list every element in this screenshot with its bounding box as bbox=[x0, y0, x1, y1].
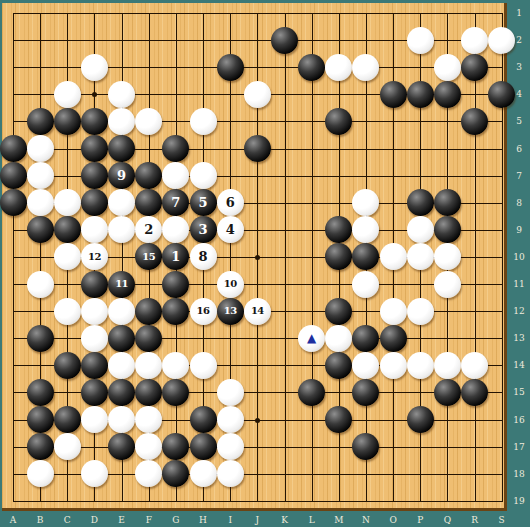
move-number: 6 bbox=[226, 196, 235, 209]
go-stone-black[interactable] bbox=[0, 135, 27, 162]
go-stone-white[interactable] bbox=[54, 81, 81, 108]
triangle-marker: ▲ bbox=[307, 332, 316, 344]
go-stone-white[interactable] bbox=[325, 325, 352, 352]
row-label: 11 bbox=[510, 279, 528, 289]
go-stone-white[interactable] bbox=[81, 54, 108, 81]
go-stone-white[interactable] bbox=[27, 162, 54, 189]
col-label: G bbox=[169, 515, 183, 525]
go-stone-black[interactable] bbox=[434, 81, 461, 108]
go-stone-black[interactable] bbox=[27, 406, 54, 433]
row-label: 5 bbox=[510, 116, 528, 126]
move-number: 16 bbox=[197, 306, 210, 316]
go-stone-white[interactable] bbox=[81, 325, 108, 352]
go-stone-black[interactable]: 3 bbox=[190, 216, 217, 243]
go-stone-black[interactable] bbox=[407, 406, 434, 433]
go-stone-black[interactable] bbox=[352, 325, 379, 352]
go-stone-black[interactable]: 5 bbox=[190, 189, 217, 216]
go-stone-black[interactable] bbox=[325, 352, 352, 379]
go-stone-black[interactable] bbox=[27, 325, 54, 352]
row-label: 14 bbox=[510, 360, 528, 370]
col-label: R bbox=[468, 515, 482, 525]
go-stone-white[interactable]: ▲ bbox=[298, 325, 325, 352]
go-stone-white[interactable] bbox=[352, 54, 379, 81]
go-stone-black[interactable] bbox=[434, 379, 461, 406]
row-label: 18 bbox=[510, 469, 528, 479]
go-stone-black[interactable] bbox=[81, 162, 108, 189]
row-label: 4 bbox=[510, 89, 528, 99]
col-label: L bbox=[305, 515, 319, 525]
go-stone-black[interactable] bbox=[81, 379, 108, 406]
go-stone-white[interactable] bbox=[162, 352, 189, 379]
row-label: 17 bbox=[510, 442, 528, 452]
col-label: K bbox=[278, 515, 292, 525]
col-label: A bbox=[6, 515, 20, 525]
go-stone-white[interactable] bbox=[27, 135, 54, 162]
go-stone-black[interactable] bbox=[27, 108, 54, 135]
go-stone-white[interactable]: 16 bbox=[190, 298, 217, 325]
grid-line bbox=[475, 13, 476, 502]
row-label: 3 bbox=[510, 62, 528, 72]
go-stone-white[interactable] bbox=[352, 271, 379, 298]
go-stone-black[interactable] bbox=[81, 271, 108, 298]
col-label: D bbox=[87, 515, 101, 525]
col-label: H bbox=[196, 515, 210, 525]
col-label: C bbox=[60, 515, 74, 525]
go-stone-black[interactable] bbox=[54, 352, 81, 379]
move-number: 2 bbox=[144, 223, 153, 236]
go-stone-black[interactable] bbox=[380, 81, 407, 108]
move-number: 14 bbox=[251, 306, 264, 316]
row-label: 9 bbox=[510, 225, 528, 235]
move-number: 4 bbox=[226, 223, 235, 236]
row-label: 13 bbox=[510, 333, 528, 343]
go-stone-black[interactable] bbox=[81, 189, 108, 216]
col-label: N bbox=[359, 515, 373, 525]
go-stone-white[interactable] bbox=[190, 352, 217, 379]
go-stone-white[interactable] bbox=[27, 189, 54, 216]
star-point bbox=[255, 418, 260, 423]
move-number: 5 bbox=[199, 196, 208, 209]
go-stone-white[interactable] bbox=[461, 352, 488, 379]
go-stone-black[interactable] bbox=[461, 54, 488, 81]
go-stone-black[interactable]: 9 bbox=[108, 162, 135, 189]
go-stone-black[interactable] bbox=[461, 379, 488, 406]
go-stone-white[interactable] bbox=[54, 243, 81, 270]
go-stone-white[interactable] bbox=[434, 271, 461, 298]
go-stone-black[interactable]: 13 bbox=[217, 298, 244, 325]
go-stone-black[interactable] bbox=[54, 406, 81, 433]
go-stone-black[interactable] bbox=[27, 216, 54, 243]
go-stone-black[interactable] bbox=[81, 108, 108, 135]
go-stone-black[interactable] bbox=[27, 379, 54, 406]
go-stone-black[interactable] bbox=[298, 379, 325, 406]
go-stone-black[interactable] bbox=[135, 379, 162, 406]
row-label: 12 bbox=[510, 306, 528, 316]
go-stone-black[interactable] bbox=[54, 108, 81, 135]
go-stone-white[interactable] bbox=[81, 406, 108, 433]
go-stone-black[interactable] bbox=[81, 352, 108, 379]
move-number: 9 bbox=[117, 169, 126, 182]
move-number: 1 bbox=[171, 250, 180, 263]
col-label: S bbox=[495, 515, 509, 525]
go-stone-white[interactable] bbox=[190, 108, 217, 135]
go-stone-black[interactable] bbox=[27, 433, 54, 460]
go-stone-white[interactable] bbox=[380, 298, 407, 325]
go-stone-white[interactable] bbox=[81, 298, 108, 325]
go-stone-white[interactable] bbox=[108, 406, 135, 433]
go-stone-white[interactable] bbox=[325, 54, 352, 81]
col-label: I bbox=[223, 515, 237, 525]
go-stone-black[interactable] bbox=[162, 271, 189, 298]
row-label: 6 bbox=[510, 144, 528, 154]
row-label: 2 bbox=[510, 35, 528, 45]
go-stone-white[interactable] bbox=[217, 406, 244, 433]
go-stone-white[interactable] bbox=[135, 352, 162, 379]
go-stone-white[interactable] bbox=[217, 433, 244, 460]
move-number: 15 bbox=[142, 252, 155, 262]
go-stone-white[interactable] bbox=[108, 81, 135, 108]
go-stone-black[interactable] bbox=[108, 325, 135, 352]
go-stone-black[interactable] bbox=[434, 216, 461, 243]
go-stone-white[interactable]: 6 bbox=[217, 189, 244, 216]
go-stone-black[interactable] bbox=[190, 433, 217, 460]
go-stone-white[interactable] bbox=[434, 54, 461, 81]
go-stone-black[interactable]: 11 bbox=[108, 271, 135, 298]
go-stone-white[interactable] bbox=[407, 298, 434, 325]
go-stone-white[interactable] bbox=[244, 81, 271, 108]
go-stone-black[interactable] bbox=[407, 189, 434, 216]
go-stone-white[interactable] bbox=[54, 433, 81, 460]
grid-line bbox=[13, 447, 503, 448]
col-label: Q bbox=[440, 515, 454, 525]
col-label: O bbox=[386, 515, 400, 525]
go-stone-black[interactable] bbox=[0, 189, 27, 216]
go-stone-black[interactable] bbox=[108, 135, 135, 162]
grid-line bbox=[13, 501, 503, 502]
go-stone-black[interactable] bbox=[0, 162, 27, 189]
col-label: M bbox=[332, 515, 346, 525]
col-label: E bbox=[115, 515, 129, 525]
go-stone-white[interactable] bbox=[54, 298, 81, 325]
go-stone-white[interactable] bbox=[81, 460, 108, 487]
row-label: 7 bbox=[510, 171, 528, 181]
go-stone-black[interactable] bbox=[298, 54, 325, 81]
go-stone-black[interactable] bbox=[135, 325, 162, 352]
col-label: F bbox=[142, 515, 156, 525]
col-label: P bbox=[413, 515, 427, 525]
go-stone-black[interactable] bbox=[190, 406, 217, 433]
go-stone-black[interactable] bbox=[325, 108, 352, 135]
go-stone-black[interactable] bbox=[434, 189, 461, 216]
move-number: 8 bbox=[199, 250, 208, 263]
go-stone-white[interactable] bbox=[217, 379, 244, 406]
move-number: 12 bbox=[88, 252, 101, 262]
go-stone-black[interactable] bbox=[108, 433, 135, 460]
row-label: 16 bbox=[510, 415, 528, 425]
go-stone-white[interactable] bbox=[190, 162, 217, 189]
row-label: 19 bbox=[510, 496, 528, 506]
row-label: 8 bbox=[510, 198, 528, 208]
go-stone-white[interactable] bbox=[407, 243, 434, 270]
go-stone-black[interactable] bbox=[108, 379, 135, 406]
go-stone-black[interactable] bbox=[271, 27, 298, 54]
go-stone-white[interactable] bbox=[108, 352, 135, 379]
go-stone-black[interactable] bbox=[81, 135, 108, 162]
row-label: 1 bbox=[510, 8, 528, 18]
go-stone-white[interactable] bbox=[108, 298, 135, 325]
row-label: 15 bbox=[510, 387, 528, 397]
grid-line bbox=[312, 13, 313, 502]
col-label: J bbox=[250, 515, 264, 525]
go-stone-white[interactable] bbox=[108, 108, 135, 135]
go-stone-white[interactable] bbox=[27, 460, 54, 487]
go-stone-white[interactable]: 10 bbox=[217, 271, 244, 298]
go-stone-white[interactable] bbox=[54, 189, 81, 216]
go-board[interactable]: 97562341215181110161314▲ ABCDEFGHIJKLMNO… bbox=[0, 0, 530, 527]
move-number: 7 bbox=[171, 196, 180, 209]
go-stone-white[interactable]: 14 bbox=[244, 298, 271, 325]
go-stone-white[interactable] bbox=[407, 27, 434, 54]
go-stone-white[interactable]: 8 bbox=[190, 243, 217, 270]
go-stone-white[interactable] bbox=[190, 460, 217, 487]
go-stone-black[interactable] bbox=[217, 54, 244, 81]
go-stone-black[interactable] bbox=[325, 298, 352, 325]
go-stone-black[interactable] bbox=[244, 135, 271, 162]
go-stone-black[interactable] bbox=[162, 298, 189, 325]
go-stone-white[interactable] bbox=[407, 216, 434, 243]
go-stone-white[interactable] bbox=[27, 271, 54, 298]
go-stone-white[interactable] bbox=[217, 460, 244, 487]
go-stone-white[interactable] bbox=[135, 108, 162, 135]
go-stone-white[interactable] bbox=[407, 352, 434, 379]
move-number: 11 bbox=[115, 279, 128, 289]
move-number: 10 bbox=[224, 279, 237, 289]
go-stone-black[interactable] bbox=[135, 298, 162, 325]
go-stone-black[interactable] bbox=[407, 81, 434, 108]
row-label: 10 bbox=[510, 252, 528, 262]
move-number: 3 bbox=[199, 223, 208, 236]
go-stone-black[interactable] bbox=[54, 216, 81, 243]
go-stone-white[interactable] bbox=[380, 243, 407, 270]
col-label: B bbox=[33, 515, 47, 525]
grid-line bbox=[285, 13, 286, 502]
go-stone-black[interactable] bbox=[380, 325, 407, 352]
go-stone-white[interactable] bbox=[380, 352, 407, 379]
go-stone-black[interactable] bbox=[461, 108, 488, 135]
go-stone-white[interactable] bbox=[461, 27, 488, 54]
go-stone-white[interactable]: 4 bbox=[217, 216, 244, 243]
move-number: 13 bbox=[224, 306, 237, 316]
go-stone-white[interactable] bbox=[434, 352, 461, 379]
